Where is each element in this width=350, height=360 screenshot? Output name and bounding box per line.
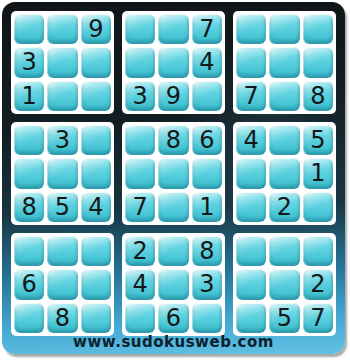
sudoku-cell-r7c8[interactable] — [269, 236, 299, 266]
sudoku-cell-r7c6[interactable]: 8 — [192, 236, 222, 266]
sudoku-cell-r9c9[interactable]: 7 — [303, 303, 333, 333]
sudoku-cell-r2c5[interactable] — [158, 47, 188, 77]
sudoku-cell-r4c8[interactable] — [269, 125, 299, 155]
sudoku-cell-r8c5[interactable] — [158, 269, 188, 299]
sudoku-cell-r8c3[interactable] — [81, 269, 111, 299]
sudoku-cell-r8c9[interactable]: 2 — [303, 269, 333, 299]
sudoku-cell-r5c2[interactable] — [47, 158, 77, 188]
sudoku-cell-r6c6[interactable]: 1 — [192, 192, 222, 222]
sudoku-cell-r7c2[interactable] — [47, 236, 77, 266]
sudoku-cell-r2c8[interactable] — [269, 47, 299, 77]
sudoku-cell-r7c4[interactable]: 2 — [125, 236, 155, 266]
sudoku-board-frame: 9317439783854867145126828436257 www.sudo… — [2, 2, 345, 354]
sudoku-cell-r1c5[interactable] — [158, 14, 188, 44]
sudoku-cell-r4c2[interactable]: 3 — [47, 125, 77, 155]
sudoku-cell-r9c5[interactable]: 6 — [158, 303, 188, 333]
sudoku-cell-r3c8[interactable] — [269, 81, 299, 111]
sudoku-cell-r4c3[interactable] — [81, 125, 111, 155]
sudoku-cell-r8c4[interactable]: 4 — [125, 269, 155, 299]
sudoku-cell-r4c9[interactable]: 5 — [303, 125, 333, 155]
sudoku-cell-r8c7[interactable] — [236, 269, 266, 299]
sudoku-cell-r9c1[interactable] — [14, 303, 44, 333]
sudoku-cell-r7c7[interactable] — [236, 236, 266, 266]
sudoku-cell-r7c3[interactable] — [81, 236, 111, 266]
sudoku-cell-r1c2[interactable] — [47, 14, 77, 44]
sudoku-cell-r1c6[interactable]: 7 — [192, 14, 222, 44]
sudoku-cell-r3c4[interactable]: 3 — [125, 81, 155, 111]
sudoku-cell-r1c9[interactable] — [303, 14, 333, 44]
sudoku-cell-r6c9[interactable] — [303, 192, 333, 222]
sudoku-cell-r3c2[interactable] — [47, 81, 77, 111]
sudoku-box-2: 7439 — [122, 11, 225, 114]
sudoku-cell-r6c4[interactable]: 7 — [125, 192, 155, 222]
sudoku-cell-r4c7[interactable]: 4 — [236, 125, 266, 155]
sudoku-cell-r3c9[interactable]: 8 — [303, 81, 333, 111]
sudoku-cell-r2c7[interactable] — [236, 47, 266, 77]
sudoku-cell-r3c1[interactable]: 1 — [14, 81, 44, 111]
sudoku-cell-r5c8[interactable] — [269, 158, 299, 188]
sudoku-cell-r1c7[interactable] — [236, 14, 266, 44]
sudoku-cell-r5c3[interactable] — [81, 158, 111, 188]
sudoku-cell-r8c8[interactable] — [269, 269, 299, 299]
sudoku-box-7: 68 — [11, 233, 114, 336]
sudoku-cell-r2c2[interactable] — [47, 47, 77, 77]
sudoku-box-6: 4512 — [233, 122, 336, 225]
website-url: www.sudokusweb.com — [2, 333, 345, 351]
sudoku-cell-r9c3[interactable] — [81, 303, 111, 333]
sudoku-cell-r1c8[interactable] — [269, 14, 299, 44]
sudoku-box-5: 8671 — [122, 122, 225, 225]
sudoku-cell-r6c8[interactable]: 2 — [269, 192, 299, 222]
sudoku-cell-r2c9[interactable] — [303, 47, 333, 77]
sudoku-cell-r3c5[interactable]: 9 — [158, 81, 188, 111]
sudoku-cell-r7c5[interactable] — [158, 236, 188, 266]
sudoku-cell-r8c1[interactable]: 6 — [14, 269, 44, 299]
sudoku-box-4: 3854 — [11, 122, 114, 225]
sudoku-box-3: 78 — [233, 11, 336, 114]
sudoku-cell-r5c6[interactable] — [192, 158, 222, 188]
sudoku-cell-r3c6[interactable] — [192, 81, 222, 111]
sudoku-cell-r8c2[interactable] — [47, 269, 77, 299]
sudoku-cell-r4c6[interactable]: 6 — [192, 125, 222, 155]
sudoku-cell-r4c4[interactable] — [125, 125, 155, 155]
sudoku-cell-r7c1[interactable] — [14, 236, 44, 266]
sudoku-cell-r2c1[interactable]: 3 — [14, 47, 44, 77]
sudoku-cell-r9c6[interactable] — [192, 303, 222, 333]
sudoku-cell-r9c8[interactable]: 5 — [269, 303, 299, 333]
sudoku-cell-r2c4[interactable] — [125, 47, 155, 77]
sudoku-cell-r1c4[interactable] — [125, 14, 155, 44]
sudoku-cell-r4c5[interactable]: 8 — [158, 125, 188, 155]
sudoku-cell-r5c9[interactable]: 1 — [303, 158, 333, 188]
sudoku-cell-r5c1[interactable] — [14, 158, 44, 188]
sudoku-cell-r1c1[interactable] — [14, 14, 44, 44]
sudoku-cell-r2c6[interactable]: 4 — [192, 47, 222, 77]
sudoku-cell-r5c5[interactable] — [158, 158, 188, 188]
sudoku-cell-r6c2[interactable]: 5 — [47, 192, 77, 222]
sudoku-cell-r9c2[interactable]: 8 — [47, 303, 77, 333]
sudoku-cell-r3c3[interactable] — [81, 81, 111, 111]
sudoku-grid: 9317439783854867145126828436257 — [11, 11, 336, 336]
sudoku-cell-r2c3[interactable] — [81, 47, 111, 77]
sudoku-box-1: 931 — [11, 11, 114, 114]
sudoku-box-9: 257 — [233, 233, 336, 336]
sudoku-cell-r1c3[interactable]: 9 — [81, 14, 111, 44]
sudoku-cell-r4c1[interactable] — [14, 125, 44, 155]
sudoku-cell-r7c9[interactable] — [303, 236, 333, 266]
sudoku-cell-r5c4[interactable] — [125, 158, 155, 188]
sudoku-cell-r3c7[interactable]: 7 — [236, 81, 266, 111]
sudoku-cell-r6c7[interactable] — [236, 192, 266, 222]
sudoku-cell-r6c3[interactable]: 4 — [81, 192, 111, 222]
sudoku-cell-r9c7[interactable] — [236, 303, 266, 333]
sudoku-cell-r9c4[interactable] — [125, 303, 155, 333]
sudoku-cell-r8c6[interactable]: 3 — [192, 269, 222, 299]
sudoku-box-8: 28436 — [122, 233, 225, 336]
sudoku-cell-r5c7[interactable] — [236, 158, 266, 188]
sudoku-cell-r6c1[interactable]: 8 — [14, 192, 44, 222]
sudoku-cell-r6c5[interactable] — [158, 192, 188, 222]
